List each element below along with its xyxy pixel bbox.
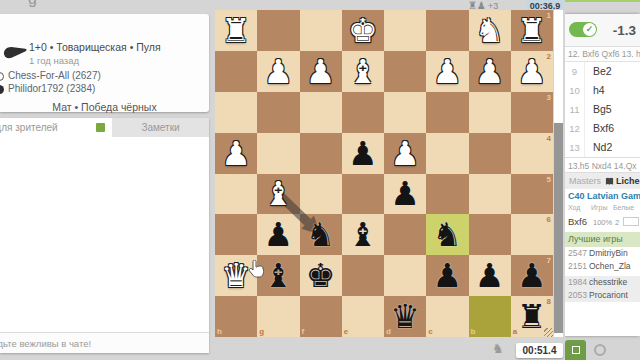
player-black[interactable]: Philidor1792 (2384) xyxy=(0,83,209,96)
player-white[interactable]: Chess-For-All (2627) xyxy=(0,70,209,83)
game-player: DmitriyBin xyxy=(589,248,628,258)
white-knight[interactable]: ♞ xyxy=(469,10,511,51)
square-b7[interactable]: ♟ xyxy=(469,255,511,296)
square-h2[interactable] xyxy=(215,51,257,92)
file-label: c xyxy=(428,327,432,336)
square-g1[interactable] xyxy=(257,10,299,51)
square-a7[interactable]: ♟7 xyxy=(511,255,553,296)
square-a2[interactable]: ♟2 xyxy=(511,51,553,92)
square-f2[interactable]: ♟ xyxy=(300,51,342,92)
opening-name[interactable]: C40 Latvian Gambit xyxy=(565,189,640,203)
white-pawn[interactable]: ♟ xyxy=(257,51,299,92)
top-game-row[interactable]: 2547DmitriyBin xyxy=(565,247,640,260)
game-result: Мат • Победа чёрных xyxy=(0,101,209,113)
scrollbar[interactable] xyxy=(554,10,563,337)
top-game-row[interactable]: 1984chesstrike xyxy=(565,276,640,289)
logo-fragment: g xyxy=(28,0,37,8)
chat-input[interactable]: Будьте вежливы в чате! xyxy=(0,332,209,353)
square-d8[interactable]: ♛d xyxy=(384,296,426,337)
rank-label: 8 xyxy=(547,297,551,306)
move-san[interactable]: Nd2 xyxy=(585,138,612,157)
move-number: 12 xyxy=(565,119,585,138)
chat-panel: Чат для зрителей Заметки Будьте вежливы … xyxy=(0,118,209,353)
rank-label: 1 xyxy=(547,11,551,20)
black-pawn[interactable]: ♟ xyxy=(426,255,468,296)
file-label: h xyxy=(217,327,222,336)
black-king[interactable]: ♚ xyxy=(300,255,342,296)
top-games-header: Лучшие игры xyxy=(565,232,640,247)
tab-notes[interactable]: Заметки xyxy=(112,118,209,137)
chat-tabs: Чат для зрителей Заметки xyxy=(0,118,209,137)
col-white: Белые xyxy=(613,204,634,211)
top-games-list: 2547DmitriyBin2151Ochen_Zla1984chesstrik… xyxy=(565,247,640,302)
square-e6[interactable]: ♝ xyxy=(342,214,384,255)
square-icon xyxy=(572,346,580,354)
white-king[interactable]: ♚ xyxy=(342,10,384,51)
rank-label: 5 xyxy=(547,175,551,184)
game-date: 1 год назад xyxy=(29,55,79,66)
chat-messages xyxy=(0,137,209,332)
clock-bottom: 00:51.4 xyxy=(516,343,563,358)
hand-cursor-icon xyxy=(248,260,264,278)
move-row[interactable]: 10h4 xyxy=(565,81,640,100)
game-player: Procariont xyxy=(589,290,628,300)
explorer-move-row[interactable]: Bxf6 100% 2 xyxy=(565,214,640,230)
game-player: chesstrike xyxy=(589,277,627,287)
move-row[interactable]: 9Be2 xyxy=(565,62,640,81)
square-a1[interactable]: ♜1 xyxy=(511,10,553,51)
square-f3[interactable] xyxy=(300,92,342,133)
square-c1[interactable] xyxy=(426,10,468,51)
rank-label: 6 xyxy=(547,215,551,224)
square-e2[interactable]: ♝ xyxy=(342,51,384,92)
square-b6[interactable] xyxy=(469,214,511,255)
file-label: e xyxy=(344,327,348,336)
book-icon xyxy=(605,177,614,186)
white-bishop[interactable]: ♝ xyxy=(342,51,384,92)
square-f8[interactable]: f xyxy=(300,296,342,337)
player-black-name[interactable]: Philidor1792 (2384) xyxy=(8,83,95,94)
game-rating: 2151 xyxy=(565,260,589,273)
tab-lichess[interactable]: Lichess xyxy=(605,176,640,186)
square-a3[interactable]: 3 xyxy=(511,92,553,133)
chat-placeholder: Будьте вежливы в чате! xyxy=(0,338,91,349)
explorer-pct: 100% xyxy=(593,218,612,227)
square-g3[interactable] xyxy=(257,92,299,133)
move-list: 9Be210h411Bg512Bxf613Nd2 xyxy=(565,62,640,157)
white-pawn[interactable]: ♟ xyxy=(300,51,342,92)
engine-pv-line[interactable]: 12. Bxf6 Qxf6 13. h5 xyxy=(565,47,640,62)
move-row[interactable]: 13Nd2 xyxy=(565,138,640,157)
variation-line[interactable]: 13.h5 Nxd4 14.Qx xyxy=(565,157,640,173)
black-knight[interactable]: ♞ xyxy=(426,214,468,255)
knight-icon: ♞ xyxy=(492,341,504,356)
explorer-tabs: Masters Lichess xyxy=(565,173,640,189)
square-f4[interactable] xyxy=(300,133,342,174)
move-san[interactable]: Be2 xyxy=(585,62,612,81)
white-pawn[interactable]: ♟ xyxy=(215,133,257,174)
col-games: Игры xyxy=(591,204,608,211)
explorer-move: Bxf6 xyxy=(568,216,587,227)
square-g5[interactable]: ♝ xyxy=(257,174,299,215)
square-c8[interactable]: c xyxy=(426,296,468,337)
square-e8[interactable]: e xyxy=(342,296,384,337)
game-info-card: 1+0 • Товарищеская • Пуля 1 год назад Ch… xyxy=(0,14,209,112)
square-b1[interactable]: ♞ xyxy=(469,10,511,51)
square-c4[interactable] xyxy=(426,133,468,174)
move-san[interactable]: Bxf6 xyxy=(585,119,614,138)
chat-toggle[interactable] xyxy=(96,123,105,132)
black-bishop[interactable]: ♝ xyxy=(342,214,384,255)
square-b5[interactable] xyxy=(469,174,511,215)
square-d6[interactable] xyxy=(384,214,426,255)
white-pawn[interactable]: ♟ xyxy=(426,51,468,92)
square-d5[interactable]: ♟ xyxy=(384,174,426,215)
rank-label: 7 xyxy=(547,256,551,265)
move-number: 11 xyxy=(565,100,585,119)
board-menu-button[interactable] xyxy=(565,340,586,360)
file-label: a xyxy=(513,327,517,336)
rank-label: 2 xyxy=(547,52,551,61)
engine-toggle[interactable]: ✓ xyxy=(569,22,597,37)
gear-icon[interactable] xyxy=(594,344,606,356)
game-rating: 2547 xyxy=(565,247,589,260)
white-pawn[interactable]: ♟ xyxy=(469,51,511,92)
square-h4[interactable]: ♟ xyxy=(215,133,257,174)
square-d1[interactable] xyxy=(384,10,426,51)
page-header: g xyxy=(0,0,215,13)
analysis-panel: ✓ -1.3 12. Bxf6 Qxf6 13. h5 9Be210h411Bg… xyxy=(565,0,640,360)
move-number: 9 xyxy=(565,62,585,81)
white-rook[interactable]: ♜ xyxy=(215,10,257,51)
scrollbar-thumb[interactable] xyxy=(554,123,563,333)
engine-eval: -1.3 xyxy=(613,23,636,38)
bullet-icon xyxy=(1,40,29,61)
square-d2[interactable] xyxy=(384,51,426,92)
white-pawn[interactable]: ♟ xyxy=(384,133,426,174)
black-knight[interactable]: ♞ xyxy=(300,214,342,255)
move-number: 10 xyxy=(565,81,585,100)
explorer-count: 2 xyxy=(615,218,619,227)
board-resize-handle[interactable] xyxy=(544,328,553,337)
game-meta-line: 1+0 • Товарищеская • Пуля xyxy=(29,41,161,53)
square-d3[interactable] xyxy=(384,92,426,133)
black-pawn[interactable]: ♟ xyxy=(384,174,426,215)
move-number: 13 xyxy=(565,138,585,157)
top-game-row[interactable]: 2053Procariont xyxy=(565,289,640,302)
analysis-progress-bar xyxy=(565,0,640,2)
move-row[interactable]: 11Bg5 xyxy=(565,100,640,119)
white-bishop[interactable]: ♝ xyxy=(257,174,299,215)
square-h1[interactable]: ♜ xyxy=(215,10,257,51)
square-e1[interactable]: ♚ xyxy=(342,10,384,51)
square-d7[interactable] xyxy=(384,255,426,296)
explorer-headers: Ход Игры Белые xyxy=(565,203,640,214)
square-b3[interactable] xyxy=(469,92,511,133)
tab-masters[interactable]: Masters xyxy=(565,176,605,186)
square-h3[interactable] xyxy=(215,92,257,133)
game-rating: 1984 xyxy=(565,276,589,289)
file-label: d xyxy=(386,327,391,336)
square-e5[interactable] xyxy=(342,174,384,215)
lichess-spectate-page: g 1+0 • Товарищеская • Пуля 1 год назад … xyxy=(0,0,640,360)
square-b4[interactable] xyxy=(469,133,511,174)
square-c5[interactable] xyxy=(426,174,468,215)
white-color-icon xyxy=(0,72,4,81)
square-g8[interactable]: g xyxy=(257,296,299,337)
players-list: Chess-For-All (2627) Philidor1792 (2384) xyxy=(0,70,209,96)
file-label: b xyxy=(471,327,476,336)
square-f7[interactable]: ♚ xyxy=(300,255,342,296)
square-h8[interactable]: h xyxy=(215,296,257,337)
rank-label: 3 xyxy=(547,93,551,102)
player-white-name[interactable]: Chess-For-All (2627) xyxy=(8,70,101,81)
move-san[interactable]: h4 xyxy=(585,81,605,100)
square-h5[interactable] xyxy=(215,174,257,215)
square-c7[interactable]: ♟ xyxy=(426,255,468,296)
chess-board[interactable]: ♜♚♞♜1♟♟♝♟♟♟23♟♟♟4♝♟5♟♞♝♞6♛♝♚♟♟♟7hgfe♛dcb… xyxy=(215,10,553,337)
rank-label: 4 xyxy=(547,134,551,143)
black-pawn[interactable]: ♟ xyxy=(469,255,511,296)
square-e3[interactable] xyxy=(342,92,384,133)
square-g6[interactable]: ♟ xyxy=(257,214,299,255)
square-g2[interactable]: ♟ xyxy=(257,51,299,92)
square-e4[interactable]: ♟ xyxy=(342,133,384,174)
file-label: f xyxy=(302,327,305,336)
tab-spectator-label: Чат для зрителей xyxy=(0,122,58,133)
square-e7[interactable] xyxy=(342,255,384,296)
black-color-icon xyxy=(0,85,4,94)
square-a6[interactable]: 6 xyxy=(511,214,553,255)
square-f5[interactable] xyxy=(300,174,342,215)
square-c2[interactable]: ♟ xyxy=(426,51,468,92)
game-player: Ochen_Zla xyxy=(589,261,631,271)
tab-lichess-label: Lichess xyxy=(616,176,640,186)
eval-header: ✓ -1.3 xyxy=(565,14,640,47)
black-pawn[interactable]: ♟ xyxy=(257,214,299,255)
black-pawn[interactable]: ♟ xyxy=(342,133,384,174)
top-game-row[interactable]: 2151Ochen_Zla xyxy=(565,260,640,273)
square-g4[interactable] xyxy=(257,133,299,174)
square-d4[interactable]: ♟ xyxy=(384,133,426,174)
square-c3[interactable] xyxy=(426,92,468,133)
square-a5[interactable]: 5 xyxy=(511,174,553,215)
square-c6[interactable]: ♞ xyxy=(426,214,468,255)
square-f1[interactable] xyxy=(300,10,342,51)
move-row[interactable]: 12Bxf6 xyxy=(565,119,640,138)
square-b8[interactable]: b xyxy=(469,296,511,337)
winrate-bar xyxy=(623,217,639,226)
square-b2[interactable]: ♟ xyxy=(469,51,511,92)
file-label: g xyxy=(259,327,264,336)
col-move: Ход xyxy=(568,204,580,211)
square-a4[interactable]: 4 xyxy=(511,133,553,174)
square-f6[interactable]: ♞ xyxy=(300,214,342,255)
engine-toggle-check-icon: ✓ xyxy=(583,23,596,36)
square-h6[interactable] xyxy=(215,214,257,255)
game-rating: 2053 xyxy=(565,289,589,302)
move-san[interactable]: Bg5 xyxy=(585,100,612,119)
